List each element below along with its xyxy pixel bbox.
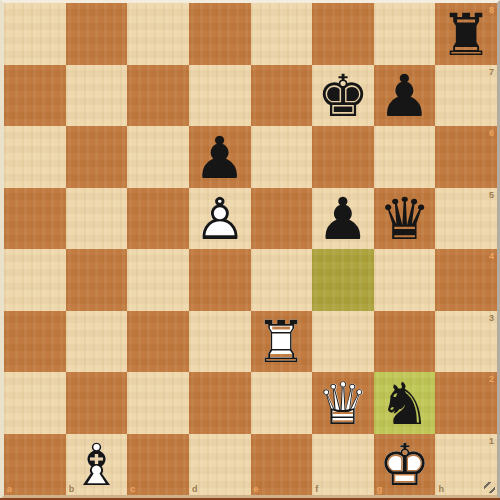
square-b7[interactable] — [66, 65, 128, 127]
square-d8[interactable] — [189, 3, 251, 65]
file-label-a: a — [7, 484, 12, 494]
chess-board: ♜8♚♟7♟6♟♙♟♛54♜♖3♛♕♞2a♝♗bcdef♚♔g1h — [0, 0, 500, 500]
square-f4[interactable] — [312, 249, 374, 311]
square-c6[interactable] — [127, 126, 189, 188]
square-b5[interactable] — [66, 188, 128, 250]
square-h4[interactable]: 4 — [435, 249, 497, 311]
board-grid: ♜8♚♟7♟6♟♙♟♛54♜♖3♛♕♞2a♝♗bcdef♚♔g1h — [4, 3, 497, 495]
file-label-c: c — [130, 484, 135, 494]
square-h7[interactable]: 7 — [435, 65, 497, 127]
square-e1[interactable]: e — [251, 434, 313, 496]
piece-black-knight[interactable]: ♞ — [374, 372, 436, 434]
square-d6[interactable]: ♟ — [189, 126, 251, 188]
square-e3[interactable]: ♜♖ — [251, 311, 313, 373]
file-label-h: h — [438, 484, 444, 494]
piece-black-pawn[interactable]: ♟ — [189, 126, 251, 188]
square-e5[interactable] — [251, 188, 313, 250]
square-f3[interactable] — [312, 311, 374, 373]
file-label-f: f — [315, 484, 318, 494]
square-g4[interactable] — [374, 249, 436, 311]
square-f2[interactable]: ♛♕ — [312, 372, 374, 434]
square-f8[interactable] — [312, 3, 374, 65]
square-d5[interactable]: ♟♙ — [189, 188, 251, 250]
square-h2[interactable]: 2 — [435, 372, 497, 434]
square-b4[interactable] — [66, 249, 128, 311]
square-g3[interactable] — [374, 311, 436, 373]
square-c2[interactable] — [127, 372, 189, 434]
square-b1[interactable]: ♝♗b — [66, 434, 128, 496]
piece-black-queen[interactable]: ♛ — [374, 188, 436, 250]
square-b2[interactable] — [66, 372, 128, 434]
square-a7[interactable] — [4, 65, 66, 127]
square-a6[interactable] — [4, 126, 66, 188]
square-g7[interactable]: ♟ — [374, 65, 436, 127]
rank-label-1: 1 — [489, 436, 494, 446]
square-f5[interactable]: ♟ — [312, 188, 374, 250]
rank-label-7: 7 — [489, 67, 494, 77]
square-d4[interactable] — [189, 249, 251, 311]
square-c1[interactable]: c — [127, 434, 189, 496]
square-c7[interactable] — [127, 65, 189, 127]
piece-white-pawn[interactable]: ♟♙ — [189, 188, 251, 250]
piece-black-pawn[interactable]: ♟ — [312, 188, 374, 250]
square-a1[interactable]: a — [4, 434, 66, 496]
square-g6[interactable] — [374, 126, 436, 188]
file-label-b: b — [69, 484, 75, 494]
square-e8[interactable] — [251, 3, 313, 65]
piece-white-rook[interactable]: ♜♖ — [251, 311, 313, 373]
square-h6[interactable]: 6 — [435, 126, 497, 188]
square-f7[interactable]: ♚ — [312, 65, 374, 127]
rank-label-3: 3 — [489, 313, 494, 323]
square-d1[interactable]: d — [189, 434, 251, 496]
rank-label-5: 5 — [489, 190, 494, 200]
rank-label-2: 2 — [489, 374, 494, 384]
square-a8[interactable] — [4, 3, 66, 65]
square-d3[interactable] — [189, 311, 251, 373]
file-label-d: d — [192, 484, 198, 494]
rank-label-4: 4 — [489, 251, 494, 261]
piece-black-rook[interactable]: ♜ — [435, 3, 497, 65]
piece-white-queen[interactable]: ♛♕ — [312, 372, 374, 434]
square-c3[interactable] — [127, 311, 189, 373]
square-h5[interactable]: 5 — [435, 188, 497, 250]
square-g1[interactable]: ♚♔g — [374, 434, 436, 496]
square-h1[interactable]: 1h — [435, 434, 497, 496]
rank-label-6: 6 — [489, 128, 494, 138]
square-c5[interactable] — [127, 188, 189, 250]
piece-white-king[interactable]: ♚♔ — [374, 434, 436, 496]
square-b8[interactable] — [66, 3, 128, 65]
square-c4[interactable] — [127, 249, 189, 311]
piece-black-pawn[interactable]: ♟ — [374, 65, 436, 127]
square-a2[interactable] — [4, 372, 66, 434]
piece-white-bishop[interactable]: ♝♗ — [66, 434, 128, 496]
square-d2[interactable] — [189, 372, 251, 434]
resize-handle-icon — [484, 482, 495, 493]
square-g5[interactable]: ♛ — [374, 188, 436, 250]
square-h8[interactable]: ♜8 — [435, 3, 497, 65]
square-b3[interactable] — [66, 311, 128, 373]
square-f6[interactable] — [312, 126, 374, 188]
square-g2[interactable]: ♞ — [374, 372, 436, 434]
file-label-e: e — [254, 484, 259, 494]
square-c8[interactable] — [127, 3, 189, 65]
piece-black-king[interactable]: ♚ — [312, 65, 374, 127]
square-a4[interactable] — [4, 249, 66, 311]
square-a3[interactable] — [4, 311, 66, 373]
square-e7[interactable] — [251, 65, 313, 127]
square-d7[interactable] — [189, 65, 251, 127]
square-g8[interactable] — [374, 3, 436, 65]
square-h3[interactable]: 3 — [435, 311, 497, 373]
square-e4[interactable] — [251, 249, 313, 311]
square-e2[interactable] — [251, 372, 313, 434]
square-e6[interactable] — [251, 126, 313, 188]
square-f1[interactable]: f — [312, 434, 374, 496]
square-a5[interactable] — [4, 188, 66, 250]
file-label-g: g — [377, 484, 383, 494]
square-b6[interactable] — [66, 126, 128, 188]
rank-label-8: 8 — [489, 5, 494, 15]
